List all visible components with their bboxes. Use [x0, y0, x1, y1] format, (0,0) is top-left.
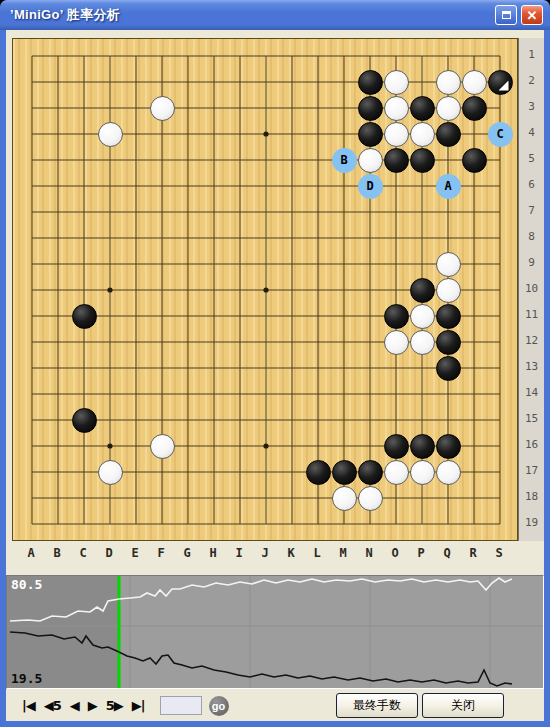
- white-stone-m18: [332, 486, 357, 511]
- black-stone-c11: [72, 304, 97, 329]
- column-label-n: N: [356, 546, 382, 560]
- row-label-3: 3: [519, 100, 544, 113]
- black-stone-n3: [358, 96, 383, 121]
- white-stone-p17: [410, 460, 435, 485]
- row-label-12: 12: [519, 334, 544, 347]
- black-stone-q16: [436, 434, 461, 459]
- white-stone-q17: [436, 460, 461, 485]
- white-stone-o2: [384, 70, 409, 95]
- white-stone-o3: [384, 96, 409, 121]
- white-stone-d17: [98, 460, 123, 485]
- row-label-15: 15: [519, 412, 544, 425]
- black-stone-p10: [410, 278, 435, 303]
- black-stone-q4: [436, 122, 461, 147]
- white-stone-f16: [150, 434, 175, 459]
- row-label-19: 19: [519, 516, 544, 529]
- nav-back-5-button[interactable]: ◀5: [44, 698, 61, 713]
- black-stone-p5: [410, 148, 435, 173]
- row-label-1: 1: [519, 48, 544, 61]
- close-icon: ✕: [527, 8, 538, 23]
- row-label-16: 16: [519, 438, 544, 451]
- column-label-g: G: [174, 546, 200, 560]
- black-stone-o11: [384, 304, 409, 329]
- suggested-move-marker-b[interactable]: B: [332, 148, 357, 173]
- black-stone-p3: [410, 96, 435, 121]
- maximize-icon: [502, 11, 511, 19]
- white-stone-f3: [150, 96, 175, 121]
- nav-first-move-button[interactable]: |◀: [22, 698, 35, 713]
- go-button[interactable]: go: [209, 696, 229, 716]
- column-label-f: F: [148, 546, 174, 560]
- row-label-2: 2: [519, 74, 544, 87]
- suggested-move-marker-a[interactable]: A: [436, 174, 461, 199]
- black-stone-r5: [462, 148, 487, 173]
- star-point: [107, 287, 112, 292]
- row-label-14: 14: [519, 386, 544, 399]
- minigo-winrate-analysis-window: ’MiniGo’ 胜率分析 ✕ ABCD 1234567891011121314…: [0, 0, 550, 727]
- row-label-10: 10: [519, 282, 544, 295]
- winrate-graph[interactable]: 80.5 19.5: [6, 575, 544, 689]
- column-label-s: S: [486, 546, 512, 560]
- black-stone-n4: [358, 122, 383, 147]
- row-label-4: 4: [519, 126, 544, 139]
- white-stone-o4: [384, 122, 409, 147]
- suggested-move-marker-c[interactable]: C: [488, 122, 513, 147]
- row-label-9: 9: [519, 256, 544, 269]
- column-label-o: O: [382, 546, 408, 560]
- black-stone-s2: [488, 70, 513, 95]
- window-title: ’MiniGo’ 胜率分析: [10, 6, 120, 24]
- black-stone-c15: [72, 408, 97, 433]
- star-point: [263, 131, 268, 136]
- white-stone-n5: [358, 148, 383, 173]
- last-move-marker: [499, 81, 509, 91]
- column-label-e: E: [122, 546, 148, 560]
- black-stone-q12: [436, 330, 461, 355]
- nav-last-move-button[interactable]: ▶|: [132, 698, 145, 713]
- toolbar: |◀ ◀5 ◀ ▶ 5▶ ▶| go 最终手数 关闭: [6, 690, 544, 721]
- star-point: [263, 287, 268, 292]
- white-stone-r2: [462, 70, 487, 95]
- go-board[interactable]: ABCD: [12, 38, 518, 541]
- row-label-8: 8: [519, 230, 544, 243]
- white-stone-d4: [98, 122, 123, 147]
- white-stone-n18: [358, 486, 383, 511]
- column-label-k: K: [278, 546, 304, 560]
- white-stone-q9: [436, 252, 461, 277]
- close-window-button[interactable]: ✕: [521, 5, 543, 25]
- white-stone-q10: [436, 278, 461, 303]
- black-stone-o16: [384, 434, 409, 459]
- nav-forward-5-button[interactable]: 5▶: [106, 698, 123, 713]
- column-label-q: Q: [434, 546, 460, 560]
- white-stone-q3: [436, 96, 461, 121]
- white-stone-p4: [410, 122, 435, 147]
- maximize-button[interactable]: [495, 5, 517, 25]
- column-label-c: C: [70, 546, 96, 560]
- row-label-6: 6: [519, 178, 544, 191]
- column-label-b: B: [44, 546, 70, 560]
- nav-back-button[interactable]: ◀: [70, 698, 79, 713]
- star-point: [263, 443, 268, 448]
- white-stone-p11: [410, 304, 435, 329]
- column-label-i: I: [226, 546, 252, 560]
- white-winrate-curve: [10, 578, 512, 621]
- column-label-r: R: [460, 546, 486, 560]
- row-label-13: 13: [519, 360, 544, 373]
- row-label-18: 18: [519, 490, 544, 503]
- column-label-a: A: [18, 546, 44, 560]
- black-stone-l17: [306, 460, 331, 485]
- row-label-17: 17: [519, 464, 544, 477]
- white-stone-o12: [384, 330, 409, 355]
- title-bar: ’MiniGo’ 胜率分析 ✕: [0, 0, 550, 30]
- star-point: [107, 443, 112, 448]
- black-stone-r3: [462, 96, 487, 121]
- black-winrate-curve: [10, 632, 512, 686]
- column-label-l: L: [304, 546, 330, 560]
- column-label-h: H: [200, 546, 226, 560]
- row-label-5: 5: [519, 152, 544, 165]
- row-label-7: 7: [519, 204, 544, 217]
- white-stone-q2: [436, 70, 461, 95]
- column-label-d: D: [96, 546, 122, 560]
- row-label-11: 11: [519, 308, 544, 321]
- suggested-move-marker-d[interactable]: D: [358, 174, 383, 199]
- nav-forward-button[interactable]: ▶: [88, 698, 97, 713]
- black-stone-n17: [358, 460, 383, 485]
- column-label-p: P: [408, 546, 434, 560]
- dialog-body: ABCD 12345678910111213141516171819 ABCDE…: [6, 30, 544, 721]
- column-label-m: M: [330, 546, 356, 560]
- final-move-count-button[interactable]: 最终手数: [336, 693, 418, 718]
- white-stone-o17: [384, 460, 409, 485]
- black-stone-m17: [332, 460, 357, 485]
- column-label-j: J: [252, 546, 278, 560]
- row-coordinates: 12345678910111213141516171819: [518, 38, 544, 541]
- move-number-input[interactable]: [160, 696, 202, 715]
- black-stone-q13: [436, 356, 461, 381]
- black-stone-n2: [358, 70, 383, 95]
- white-stone-p12: [410, 330, 435, 355]
- close-dialog-button[interactable]: 关闭: [422, 693, 504, 718]
- winrate-chart: [7, 576, 543, 688]
- black-stone-o5: [384, 148, 409, 173]
- black-stone-p16: [410, 434, 435, 459]
- black-stone-q11: [436, 304, 461, 329]
